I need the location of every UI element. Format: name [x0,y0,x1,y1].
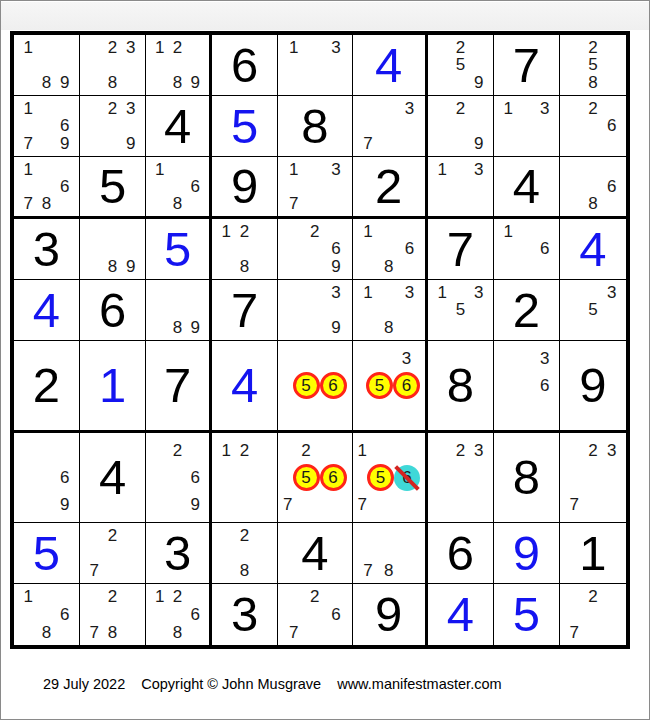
cell-r2c2[interactable]: 239 [80,96,146,157]
candidates: 68 [560,157,626,216]
given-digit: 3 [33,225,60,274]
candidate: 7 [19,135,37,152]
candidate: 3 [470,284,488,301]
candidates: 269 [146,433,209,522]
candidate: 2 [584,437,603,464]
candidate: 6 [186,606,204,624]
cell-r7c3[interactable]: 269 [146,433,212,523]
candidate: 1 [283,161,304,178]
candidate: 2 [103,100,121,117]
candidate: 2 [235,437,253,464]
candidate: 6 [399,240,420,257]
given-digit: 9 [375,590,402,639]
candidates: 23 [428,433,493,522]
cell-r9c6[interactable]: 9 [353,584,428,645]
given-digit: 1 [579,529,606,578]
candidates: 1567 [353,433,425,522]
cell-r7c8[interactable]: 8 [494,433,560,523]
candidates: 356 [353,341,425,430]
candidate: 1 [499,100,517,117]
candidate: 3 [470,161,488,178]
candidate: 6 [325,606,346,624]
solved-digit: 5 [231,102,258,151]
cell-r6c6[interactable]: 356 [353,341,428,433]
solved-digit: 4 [231,361,258,410]
solved-digit: 4 [33,286,60,335]
candidate: 7 [85,562,103,579]
candidate: 8 [378,562,399,579]
candidate: 2 [169,588,187,606]
footer-date: 29 July 2022 [43,676,125,692]
candidate: 3 [470,437,488,464]
cell-r6c4[interactable]: 4 [212,341,278,433]
cell-r1c2[interactable]: 238 [80,35,146,96]
candidates: 89 [80,219,145,279]
candidate: 9 [56,135,74,152]
candidate: 6 [325,240,346,257]
cell-r1c6[interactable]: 4 [353,35,428,96]
cell-r9c7[interactable]: 4 [428,584,494,645]
candidate: 6 [602,178,621,195]
candidate: 8 [103,74,121,91]
candidate: 3 [325,39,346,56]
candidate: 5 [584,301,603,318]
candidate: 9 [186,74,204,91]
candidate: 6 [602,117,621,134]
candidate: 7 [358,491,367,518]
cell-r4c4[interactable]: 128 [212,219,278,280]
cell-r7c2[interactable]: 4 [80,433,146,523]
candidate: 2 [235,223,253,240]
cell-r2c8[interactable]: 13 [494,96,560,157]
given-digit: 4 [513,162,540,211]
candidates: 1678 [14,157,79,216]
candidates: 56 [278,341,351,430]
cell-r9c8[interactable]: 5 [494,584,560,645]
candidate: 3 [325,161,346,178]
candidate: 1 [433,284,451,301]
candidate: 8 [37,74,55,91]
candidates: 35 [560,280,626,340]
candidate: 2 [304,223,325,240]
solved-digit: 4 [375,41,402,90]
cell-r4c3[interactable]: 5 [146,219,212,280]
candidate: 1 [151,39,169,56]
cell-r8c9[interactable]: 1 [560,523,626,584]
solved-digit: 4 [579,225,606,274]
given-digit: 8 [513,453,540,502]
candidate: 1 [358,284,379,301]
cell-r4c2[interactable]: 89 [80,219,146,280]
cell-r4c6[interactable]: 168 [353,219,428,280]
candidate: 2 [584,39,603,56]
cell-r2c1[interactable]: 1679 [14,96,80,157]
candidate: 1 [19,588,37,606]
solved-digit: 4 [447,590,474,639]
candidate: 1 [151,161,169,178]
candidates: 28 [212,523,277,583]
given-digit: 6 [99,286,126,335]
cell-r1c4[interactable]: 6 [212,35,278,96]
candidate: 8 [103,258,121,275]
candidate: 6 [536,372,554,399]
cell-r9c4[interactable]: 3 [212,584,278,645]
candidates: 69 [14,433,79,522]
candidate: 9 [186,319,204,336]
candidate: 3 [122,100,140,117]
given-digit: 2 [375,162,402,211]
cell-r3c9[interactable]: 68 [560,157,626,219]
cell-r7c5[interactable]: 2567 [278,433,352,523]
cell-r8c1[interactable]: 5 [14,523,80,584]
cell-r8c7[interactable]: 6 [428,523,494,584]
cell-r5c6[interactable]: 138 [353,280,428,341]
cell-r6c7[interactable]: 8 [428,341,494,433]
candidate: 8 [103,623,121,641]
candidate: 5 [451,56,469,73]
cell-r7c6[interactable]: 1567 [353,433,428,523]
candidate: 3 [399,284,420,301]
candidate: 8 [584,74,603,91]
cell-r6c2[interactable]: 1 [80,341,146,433]
given-digit: 8 [301,102,328,151]
candidate: 8 [378,258,399,275]
candidate: 9 [122,258,140,275]
cell-r4c8[interactable]: 16 [494,219,560,280]
candidate: 1 [19,39,37,56]
candidate: 9 [325,258,346,275]
cell-r4c9[interactable]: 4 [560,219,626,280]
given-digit: 8 [447,361,474,410]
cell-r7c1[interactable]: 69 [14,433,80,523]
cell-r5c4[interactable]: 7 [212,280,278,341]
candidates: 37 [353,96,425,156]
given-digit: 7 [513,41,540,90]
candidate: 1 [19,100,37,117]
cell-r1c1[interactable]: 189 [14,35,80,96]
candidate: 8 [37,623,55,641]
cell-r2c6[interactable]: 37 [353,96,428,157]
candidate: 6 [56,606,74,624]
candidate: 9 [56,491,74,518]
cell-r8c5[interactable]: 4 [278,523,352,584]
given-digit: 7 [447,225,474,274]
candidate: 1 [499,223,517,240]
candidates: 13 [428,157,493,216]
candidate-highlight-circle: 6 [393,372,420,399]
candidate: 8 [169,74,187,91]
candidates: 258 [560,35,626,95]
candidate: 6 [56,464,74,491]
candidate: 1 [433,161,451,178]
candidate-highlight-circle: 5 [293,464,320,491]
cell-r5c8[interactable]: 2 [494,280,560,341]
cell-r8c4[interactable]: 28 [212,523,278,584]
candidates: 138 [353,280,425,340]
candidate: 5 [584,56,603,73]
cell-r2c3[interactable]: 4 [146,96,212,157]
candidate: 8 [378,319,399,336]
cell-r2c9[interactable]: 26 [560,96,626,157]
cell-r1c7[interactable]: 259 [428,35,494,96]
cell-r5c1[interactable]: 4 [14,280,80,341]
cell-r8c3[interactable]: 3 [146,523,212,584]
footer: 29 July 2022 Copyright © John Musgrave w… [43,676,502,692]
cell-r3c5[interactable]: 137 [278,157,352,219]
candidates: 1268 [146,584,209,645]
cell-r1c3[interactable]: 1289 [146,35,212,96]
footer-copyright: Copyright © John Musgrave [141,676,321,692]
cell-r5c7[interactable]: 135 [428,280,494,341]
candidates: 78 [353,523,425,583]
cell-r3c3[interactable]: 168 [146,157,212,219]
cell-r4c1[interactable]: 3 [14,219,80,280]
candidate: 7 [283,195,304,212]
candidate: 3 [536,345,554,372]
solved-digit: 5 [513,590,540,639]
candidate: 9 [122,135,140,152]
cell-r1c8[interactable]: 7 [494,35,560,96]
given-digit: 7 [231,286,258,335]
candidate: 7 [283,491,292,518]
given-digit: 4 [164,102,191,151]
candidate: 3 [602,437,621,464]
candidates: 267 [278,584,351,645]
candidates: 26 [560,96,626,156]
given-digit: 4 [99,453,126,502]
given-digit: 9 [579,361,606,410]
candidate: 1 [217,437,235,464]
given-digit: 4 [301,529,328,578]
given-digit: 6 [231,41,258,90]
candidate: 7 [565,623,584,641]
given-digit: 3 [231,590,258,639]
candidate: 2 [103,588,121,606]
cell-r9c3[interactable]: 1268 [146,584,212,645]
cell-r1c5[interactable]: 13 [278,35,352,96]
candidate: 1 [19,161,37,178]
candidate-eliminated: 6 [394,465,420,491]
candidate: 6 [56,117,74,134]
cell-r4c5[interactable]: 269 [278,219,352,280]
footer-website-link[interactable]: www.manifestmaster.com [337,676,501,692]
cell-r9c5[interactable]: 267 [278,584,352,645]
candidate-highlight-circle: 5 [367,464,394,491]
candidates: 168 [353,219,425,279]
given-digit: 6 [447,529,474,578]
candidates: 16 [494,219,559,279]
candidate-highlight-circle: 6 [320,464,347,491]
given-digit: 2 [513,286,540,335]
cell-r2c7[interactable]: 29 [428,96,494,157]
candidate: 5 [451,301,469,318]
solved-digit: 9 [513,529,540,578]
cell-r3c6[interactable]: 2 [353,157,428,219]
candidate: 6 [536,240,554,257]
cell-r1c9[interactable]: 258 [560,35,626,96]
candidates: 269 [278,219,351,279]
given-digit: 2 [33,361,60,410]
candidate: 9 [186,491,204,518]
candidate: 2 [451,437,469,464]
cell-r8c6[interactable]: 78 [353,523,428,584]
cell-r5c9[interactable]: 35 [560,280,626,341]
candidate: 3 [122,39,140,56]
candidates: 278 [80,584,145,645]
candidate: 1 [151,588,169,606]
given-digit: 7 [164,361,191,410]
candidates: 137 [278,157,351,216]
candidates: 39 [278,280,351,340]
candidate: 1 [358,437,367,464]
cell-r7c4[interactable]: 12 [212,433,278,523]
candidate: 1 [283,39,304,56]
candidate: 2 [584,588,603,606]
candidates: 2567 [278,433,351,522]
candidates: 239 [80,96,145,156]
candidate: 6 [186,464,204,491]
cell-r6c5[interactable]: 56 [278,341,352,433]
candidate: 9 [470,74,488,91]
candidate: 3 [536,100,554,117]
cell-r8c8[interactable]: 9 [494,523,560,584]
candidates: 168 [146,157,209,216]
candidate: 9 [470,135,488,152]
candidates: 27 [560,584,626,645]
candidate: 2 [451,100,469,117]
cell-r6c9[interactable]: 9 [560,341,626,433]
cell-r3c1[interactable]: 1678 [14,157,80,219]
cell-r3c7[interactable]: 13 [428,157,494,219]
candidate: 2 [293,437,320,464]
cell-r9c1[interactable]: 168 [14,584,80,645]
candidates: 1679 [14,96,79,156]
candidate: 2 [451,39,469,56]
candidate: 9 [56,74,74,91]
cell-r6c8[interactable]: 36 [494,341,560,433]
cell-r6c1[interactable]: 2 [14,341,80,433]
candidates: 13 [278,35,351,95]
cell-r7c7[interactable]: 23 [428,433,494,523]
candidate: 6 [186,178,204,195]
candidates: 36 [494,341,559,430]
candidate: 7 [283,623,304,641]
candidates: 29 [428,96,493,156]
candidate: 6 [56,178,74,195]
solved-digit: 1 [99,361,126,410]
candidate: 7 [85,623,103,641]
candidates: 89 [146,280,209,340]
candidate: 2 [304,588,325,606]
candidates: 128 [212,219,277,279]
candidate: 2 [169,39,187,56]
candidate: 8 [169,319,187,336]
candidate: 2 [169,437,187,464]
candidate: 8 [584,195,603,212]
cell-r2c4[interactable]: 5 [212,96,278,157]
solved-digit: 5 [33,529,60,578]
given-digit: 9 [231,162,258,211]
candidate: 3 [602,284,621,301]
candidate: 7 [358,135,379,152]
candidates: 13 [494,96,559,156]
candidate: 8 [37,195,55,212]
candidates: 12 [212,433,277,522]
candidate: 1 [217,223,235,240]
given-digit: 3 [164,529,191,578]
cell-r3c2[interactable]: 5 [80,157,146,219]
window-titlebar [1,2,649,30]
candidate-highlight-circle: 5 [366,372,393,399]
candidate: 1 [358,223,379,240]
cell-r4c7[interactable]: 7 [428,219,494,280]
candidate: 8 [169,623,187,641]
solved-digit: 5 [164,225,191,274]
candidate: 8 [169,195,187,212]
candidates: 135 [428,280,493,340]
candidates: 1289 [146,35,209,95]
cell-r7c9[interactable]: 237 [560,433,626,523]
candidates: 168 [14,584,79,645]
candidate: 7 [19,195,37,212]
candidate: 2 [103,527,121,544]
candidate: 2 [103,39,121,56]
candidate: 7 [358,562,379,579]
candidate: 8 [235,258,253,275]
candidate: 3 [399,100,420,117]
candidates: 237 [560,433,626,522]
candidate: 9 [325,319,346,336]
cell-r9c2[interactable]: 278 [80,584,146,645]
candidate-highlight-circle: 6 [320,372,347,399]
candidate: 3 [393,345,420,372]
candidates: 238 [80,35,145,95]
candidates: 189 [14,35,79,95]
candidate: 2 [235,527,253,544]
given-digit: 5 [99,162,126,211]
cell-r3c8[interactable]: 4 [494,157,560,219]
candidates: 27 [80,523,145,583]
cell-r9c9[interactable]: 27 [560,584,626,645]
cell-r6c3[interactable]: 7 [146,341,212,433]
cell-r2c5[interactable]: 8 [278,96,352,157]
candidate-highlight-circle: 5 [293,372,320,399]
cell-r5c2[interactable]: 6 [80,280,146,341]
candidate: 2 [584,100,603,117]
cell-r5c5[interactable]: 39 [278,280,352,341]
candidate: 7 [565,491,584,518]
cell-r3c4[interactable]: 9 [212,157,278,219]
candidate: 8 [235,562,253,579]
candidates: 259 [428,35,493,95]
cell-r5c3[interactable]: 89 [146,280,212,341]
sudoku-board: 1892381289613425972581679239458372913261… [10,31,630,649]
cell-r8c2[interactable]: 27 [80,523,146,584]
candidate: 3 [325,284,346,301]
